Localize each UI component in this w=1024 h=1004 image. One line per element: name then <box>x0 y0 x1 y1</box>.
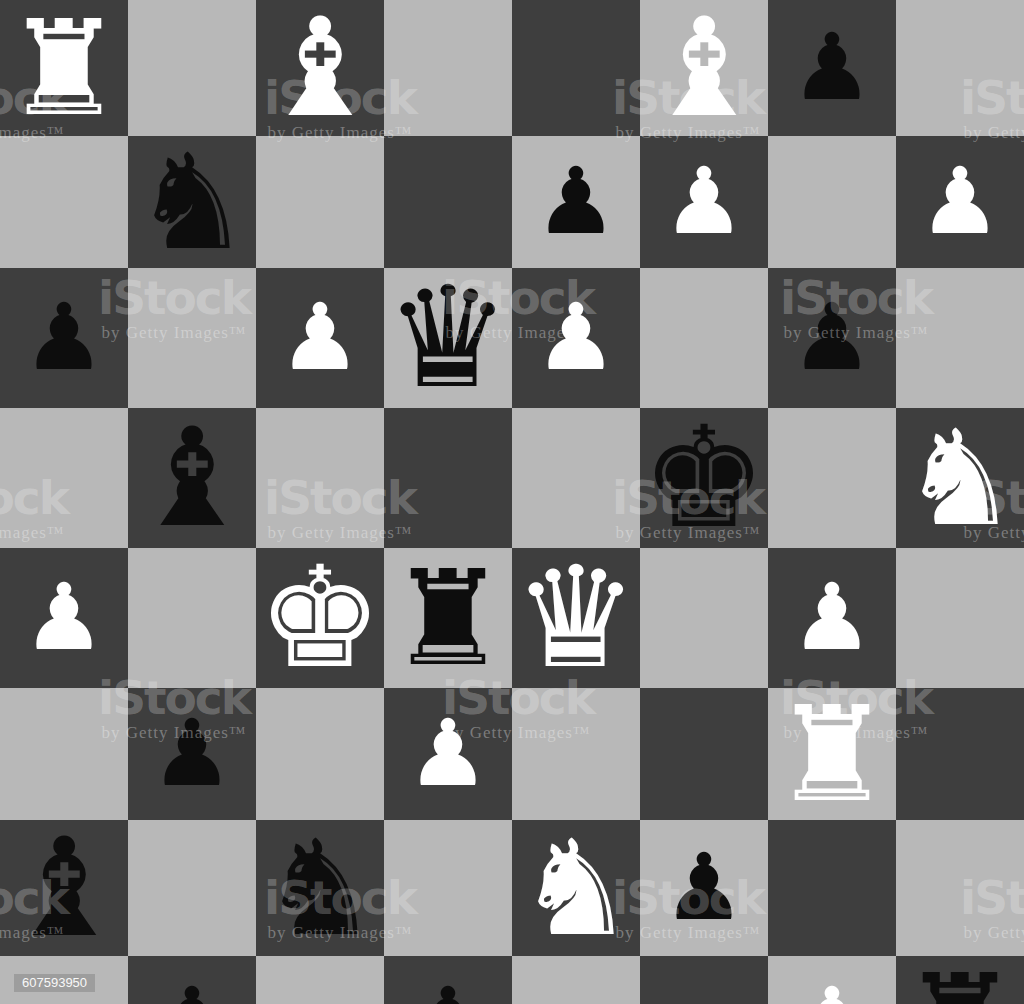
piece-white-pawn: ♟ <box>23 572 105 664</box>
square-f1[interactable] <box>640 956 768 1004</box>
piece-black-queen: ♛ <box>385 268 511 408</box>
square-d6[interactable]: ♛ <box>384 268 512 408</box>
square-b5[interactable]: ♝ <box>128 408 256 548</box>
square-h1[interactable]: ♜ <box>896 956 1024 1004</box>
piece-white-pawn: ♟ <box>791 572 873 664</box>
piece-white-pawn: ♟ <box>663 156 745 248</box>
square-g2[interactable] <box>768 820 896 956</box>
square-g1[interactable]: ♟ <box>768 956 896 1004</box>
square-a8[interactable]: ♜ <box>0 0 128 136</box>
chess-board: ♜♝♝♟♞♟♟♟♟♟♛♟♟♝♚♞♟♚♜♛♟♟♟♜♝♞♞♟♟♟♟♜iStockby… <box>0 0 1024 1004</box>
square-e4[interactable]: ♛ <box>512 548 640 688</box>
square-a2[interactable]: ♝ <box>0 820 128 956</box>
square-d2[interactable] <box>384 820 512 956</box>
square-c1[interactable] <box>256 956 384 1004</box>
square-c5[interactable] <box>256 408 384 548</box>
piece-black-knight: ♞ <box>133 136 251 268</box>
square-e1[interactable] <box>512 956 640 1004</box>
square-h6[interactable] <box>896 268 1024 408</box>
piece-black-pawn: ♟ <box>151 708 233 800</box>
square-e5[interactable] <box>512 408 640 548</box>
square-f2[interactable]: ♟ <box>640 820 768 956</box>
square-f4[interactable] <box>640 548 768 688</box>
piece-black-pawn: ♟ <box>407 976 489 1004</box>
piece-white-pawn: ♟ <box>919 156 1001 248</box>
square-c7[interactable] <box>256 136 384 268</box>
square-g6[interactable]: ♟ <box>768 268 896 408</box>
square-b1[interactable]: ♟ <box>128 956 256 1004</box>
piece-black-pawn: ♟ <box>791 292 873 384</box>
piece-white-bishop: ♝ <box>259 0 381 136</box>
piece-white-pawn: ♟ <box>535 292 617 384</box>
piece-black-pawn: ♟ <box>535 156 617 248</box>
square-a3[interactable] <box>0 688 128 820</box>
piece-black-king: ♚ <box>641 408 767 548</box>
square-h5[interactable]: ♞ <box>896 408 1024 548</box>
square-f8[interactable]: ♝ <box>640 0 768 136</box>
square-c3[interactable] <box>256 688 384 820</box>
square-f5[interactable]: ♚ <box>640 408 768 548</box>
square-e7[interactable]: ♟ <box>512 136 640 268</box>
piece-black-bishop: ♝ <box>3 820 125 956</box>
piece-white-bishop: ♝ <box>643 0 765 136</box>
square-f3[interactable] <box>640 688 768 820</box>
square-g3[interactable]: ♜ <box>768 688 896 820</box>
square-g8[interactable]: ♟ <box>768 0 896 136</box>
square-d3[interactable]: ♟ <box>384 688 512 820</box>
square-g4[interactable]: ♟ <box>768 548 896 688</box>
square-a4[interactable]: ♟ <box>0 548 128 688</box>
square-e8[interactable] <box>512 0 640 136</box>
square-b3[interactable]: ♟ <box>128 688 256 820</box>
square-b6[interactable] <box>128 268 256 408</box>
piece-black-pawn: ♟ <box>23 292 105 384</box>
piece-white-queen: ♛ <box>513 548 639 688</box>
piece-white-pawn: ♟ <box>791 976 873 1004</box>
piece-black-knight: ♞ <box>261 822 379 954</box>
square-g7[interactable] <box>768 136 896 268</box>
square-h7[interactable]: ♟ <box>896 136 1024 268</box>
square-b8[interactable] <box>128 0 256 136</box>
square-d4[interactable]: ♜ <box>384 548 512 688</box>
square-f7[interactable]: ♟ <box>640 136 768 268</box>
piece-black-pawn: ♟ <box>791 22 873 114</box>
square-b4[interactable] <box>128 548 256 688</box>
square-d8[interactable] <box>384 0 512 136</box>
square-h8[interactable] <box>896 0 1024 136</box>
square-b2[interactable] <box>128 820 256 956</box>
square-g5[interactable] <box>768 408 896 548</box>
square-h3[interactable] <box>896 688 1024 820</box>
square-e3[interactable] <box>512 688 640 820</box>
square-a5[interactable] <box>0 408 128 548</box>
piece-white-knight: ♞ <box>517 822 635 954</box>
square-c4[interactable]: ♚ <box>256 548 384 688</box>
stock-id-badge: 607593950 <box>14 974 95 992</box>
square-c6[interactable]: ♟ <box>256 268 384 408</box>
square-c8[interactable]: ♝ <box>256 0 384 136</box>
square-d5[interactable] <box>384 408 512 548</box>
piece-black-bishop: ♝ <box>131 410 253 546</box>
square-h4[interactable] <box>896 548 1024 688</box>
square-f6[interactable] <box>640 268 768 408</box>
piece-white-knight: ♞ <box>901 412 1019 544</box>
square-d1[interactable]: ♟ <box>384 956 512 1004</box>
square-c2[interactable]: ♞ <box>256 820 384 956</box>
square-d7[interactable] <box>384 136 512 268</box>
piece-black-pawn: ♟ <box>663 842 745 934</box>
piece-white-pawn: ♟ <box>407 708 489 800</box>
square-e6[interactable]: ♟ <box>512 268 640 408</box>
piece-black-rook: ♜ <box>389 552 507 684</box>
piece-white-rook: ♜ <box>773 688 891 820</box>
piece-black-pawn: ♟ <box>151 976 233 1004</box>
square-e2[interactable]: ♞ <box>512 820 640 956</box>
square-a6[interactable]: ♟ <box>0 268 128 408</box>
piece-white-pawn: ♟ <box>279 292 361 384</box>
square-a7[interactable] <box>0 136 128 268</box>
piece-white-rook: ♜ <box>5 2 123 134</box>
piece-black-rook: ♜ <box>901 956 1019 1004</box>
square-b7[interactable]: ♞ <box>128 136 256 268</box>
square-h2[interactable] <box>896 820 1024 956</box>
piece-white-king: ♚ <box>257 548 383 688</box>
